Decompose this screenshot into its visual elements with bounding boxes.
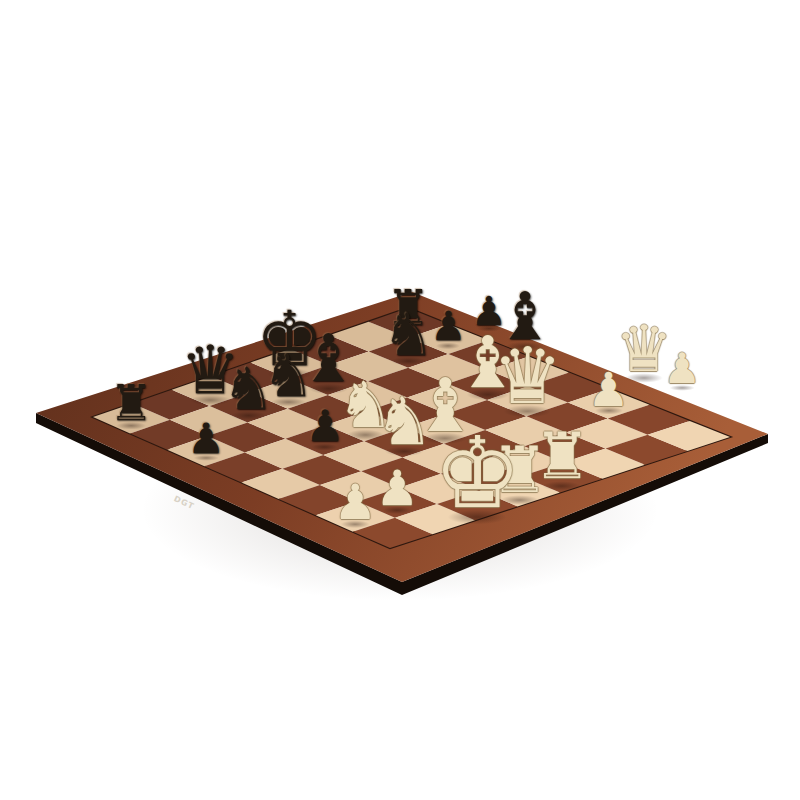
- pawn-icon: ♟: [305, 405, 344, 449]
- knight-icon: ♞: [222, 360, 275, 419]
- pawn-icon: ♟: [588, 366, 630, 413]
- knight-icon: ♞: [375, 389, 434, 455]
- king-icon: ♚: [433, 424, 521, 522]
- piece-white-king-c1[interactable]: ♚: [433, 424, 521, 522]
- piece-black-knight-c7[interactable]: ♞: [222, 360, 275, 419]
- piece-white-queen-g4[interactable]: ♛: [492, 337, 562, 415]
- knight-icon: ♞: [382, 305, 435, 364]
- queen-icon: ♛: [492, 337, 562, 415]
- product-photo-scene: DGT ♟♜♝♟♞♚♛♝♟♝♛♞♛♟♞♜♞♝♟♞♟♜♜♟♚♟: [0, 0, 800, 800]
- piece-black-knight-g7[interactable]: ♞: [382, 305, 435, 364]
- piece-white-pawn-a2[interactable]: ♟: [334, 478, 378, 527]
- piece-white-pawn-offboard-3[interactable]: ♟: [663, 348, 701, 390]
- piece-black-pawn-a6[interactable]: ♟: [187, 418, 225, 460]
- pawn-icon: ♟: [334, 478, 378, 527]
- piece-black-rook-a8[interactable]: ♜: [109, 379, 153, 428]
- rook-icon: ♜: [109, 379, 153, 428]
- dgt-logo: DGT: [172, 494, 195, 511]
- piece-white-knight-d4[interactable]: ♞: [375, 389, 434, 455]
- piece-white-pawn-h3[interactable]: ♟: [588, 366, 630, 413]
- piece-white-pawn-b2[interactable]: ♟: [375, 464, 419, 513]
- piece-black-pawn-c5[interactable]: ♟: [305, 405, 344, 449]
- pawn-icon: ♟: [375, 464, 419, 513]
- pawn-icon: ♟: [663, 348, 701, 390]
- pawn-icon: ♟: [187, 418, 225, 460]
